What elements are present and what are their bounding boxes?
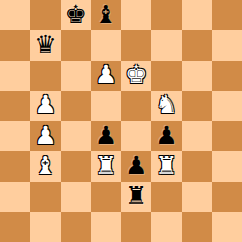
square-f1[interactable] [151,212,181,242]
square-e5[interactable] [121,91,151,121]
piece-black-bishop: ♝ [95,2,117,27]
square-c5[interactable] [61,91,91,121]
square-d8[interactable]: ♝ [91,0,121,30]
piece-white-rook: ♜ [95,153,117,178]
square-d5[interactable] [91,91,121,121]
square-b6[interactable] [30,61,60,91]
square-h8[interactable] [212,0,242,30]
square-g6[interactable] [182,61,212,91]
piece-white-rook: ♜ [155,153,177,178]
square-h2[interactable] [212,182,242,212]
square-a5[interactable] [0,91,30,121]
square-h3[interactable] [212,151,242,181]
square-f6[interactable] [151,61,181,91]
square-b5[interactable]: ♟ [30,91,60,121]
square-a8[interactable] [0,0,30,30]
square-e6[interactable]: ♚ [121,61,151,91]
square-b3[interactable]: ♝ [30,151,60,181]
square-f7[interactable] [151,30,181,60]
square-c7[interactable] [61,30,91,60]
square-a1[interactable] [0,212,30,242]
square-e3[interactable]: ♟ [121,151,151,181]
square-g5[interactable] [182,91,212,121]
square-e1[interactable] [121,212,151,242]
square-f8[interactable] [151,0,181,30]
square-a2[interactable] [0,182,30,212]
square-h6[interactable] [212,61,242,91]
square-e2[interactable]: ♜ [121,182,151,212]
square-h1[interactable] [212,212,242,242]
square-d6[interactable]: ♟ [91,61,121,91]
piece-white-pawn: ♟ [34,92,56,117]
square-c8[interactable]: ♚ [61,0,91,30]
piece-black-pawn: ♟ [125,153,147,178]
square-g2[interactable] [182,182,212,212]
piece-black-king: ♚ [64,2,86,27]
square-h4[interactable] [212,121,242,151]
piece-black-rook: ♜ [125,183,147,208]
piece-black-pawn: ♟ [95,123,117,148]
square-e4[interactable] [121,121,151,151]
square-b7[interactable]: ♛ [30,30,60,60]
square-h5[interactable] [212,91,242,121]
square-e8[interactable] [121,0,151,30]
square-h7[interactable] [212,30,242,60]
square-g8[interactable] [182,0,212,30]
square-f5[interactable]: ♞ [151,91,181,121]
square-b8[interactable] [30,0,60,30]
square-d4[interactable]: ♟ [91,121,121,151]
piece-black-pawn: ♟ [155,123,177,148]
square-c4[interactable] [61,121,91,151]
square-g7[interactable] [182,30,212,60]
piece-white-bishop: ♝ [34,153,56,178]
chess-board: ♚♝♛♟♚♟♞♟♟♟♝♜♟♜♜ [0,0,242,242]
square-b4[interactable]: ♟ [30,121,60,151]
square-d1[interactable] [91,212,121,242]
square-a6[interactable] [0,61,30,91]
square-c1[interactable] [61,212,91,242]
piece-white-king: ♚ [125,62,147,87]
square-c6[interactable] [61,61,91,91]
square-d7[interactable] [91,30,121,60]
piece-white-pawn: ♟ [34,123,56,148]
square-g1[interactable] [182,212,212,242]
square-a4[interactable] [0,121,30,151]
square-d2[interactable] [91,182,121,212]
square-c2[interactable] [61,182,91,212]
square-g4[interactable] [182,121,212,151]
square-b1[interactable] [30,212,60,242]
square-c3[interactable] [61,151,91,181]
square-e7[interactable] [121,30,151,60]
square-f3[interactable]: ♜ [151,151,181,181]
piece-white-knight: ♞ [155,92,177,117]
square-f2[interactable] [151,182,181,212]
square-a7[interactable] [0,30,30,60]
square-a3[interactable] [0,151,30,181]
square-d3[interactable]: ♜ [91,151,121,181]
square-g3[interactable] [182,151,212,181]
square-f4[interactable]: ♟ [151,121,181,151]
piece-white-pawn: ♟ [95,62,117,87]
piece-black-queen: ♛ [34,32,56,57]
square-b2[interactable] [30,182,60,212]
